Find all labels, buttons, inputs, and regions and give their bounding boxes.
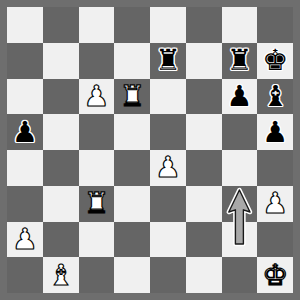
square-d5[interactable] — [114, 114, 150, 150]
square-h8[interactable] — [257, 7, 293, 43]
square-f2[interactable] — [186, 222, 222, 258]
square-g2[interactable] — [222, 222, 258, 258]
square-f3[interactable] — [186, 186, 222, 222]
square-b6[interactable] — [43, 79, 79, 115]
square-a6[interactable] — [7, 79, 43, 115]
square-c1[interactable] — [79, 257, 115, 293]
square-b7[interactable] — [43, 43, 79, 79]
piece-white-pawn-e4[interactable]: ♟ — [155, 153, 181, 182]
square-h3[interactable]: ♟ — [257, 186, 293, 222]
square-h6[interactable]: ♝ — [257, 79, 293, 115]
piece-black-rook-g7[interactable]: ♜ — [226, 46, 252, 75]
square-f6[interactable] — [186, 79, 222, 115]
square-g3[interactable]: ♟ — [222, 186, 258, 222]
square-b8[interactable] — [43, 7, 79, 43]
square-f7[interactable] — [186, 43, 222, 79]
square-g4[interactable] — [222, 150, 258, 186]
square-g6[interactable]: ♟ — [222, 79, 258, 115]
square-e6[interactable] — [150, 79, 186, 115]
square-g8[interactable] — [222, 7, 258, 43]
square-d3[interactable] — [114, 186, 150, 222]
square-d6[interactable]: ♜ — [114, 79, 150, 115]
square-h7[interactable]: ♚ — [257, 43, 293, 79]
chess-board: ♜♜♚♟♜♟♝♟♟♟♜♟♟♟♝♚ — [7, 7, 293, 293]
piece-black-bishop-h6[interactable]: ♝ — [262, 82, 288, 111]
square-d1[interactable] — [114, 257, 150, 293]
square-b3[interactable] — [43, 186, 79, 222]
square-g7[interactable]: ♜ — [222, 43, 258, 79]
square-c4[interactable] — [79, 150, 115, 186]
square-b4[interactable] — [43, 150, 79, 186]
square-d2[interactable] — [114, 222, 150, 258]
square-c2[interactable] — [79, 222, 115, 258]
piece-white-pawn-g3[interactable]: ♟ — [226, 189, 252, 218]
square-e7[interactable]: ♜ — [150, 43, 186, 79]
piece-white-pawn-h3[interactable]: ♟ — [262, 189, 288, 218]
piece-black-rook-e7[interactable]: ♜ — [155, 46, 181, 75]
square-c3[interactable]: ♜ — [79, 186, 115, 222]
square-a8[interactable] — [7, 7, 43, 43]
square-h1[interactable]: ♚ — [257, 257, 293, 293]
square-g5[interactable] — [222, 114, 258, 150]
piece-white-bishop-b1[interactable]: ♝ — [48, 261, 74, 290]
square-e1[interactable] — [150, 257, 186, 293]
piece-black-king-h7[interactable]: ♚ — [262, 46, 288, 75]
square-h2[interactable] — [257, 222, 293, 258]
piece-black-pawn-g6[interactable]: ♟ — [226, 82, 252, 111]
square-d4[interactable] — [114, 150, 150, 186]
square-a1[interactable] — [7, 257, 43, 293]
square-c7[interactable] — [79, 43, 115, 79]
square-b5[interactable] — [43, 114, 79, 150]
square-a2[interactable]: ♟ — [7, 222, 43, 258]
piece-white-rook-d6[interactable]: ♜ — [119, 82, 145, 111]
piece-white-rook-c3[interactable]: ♜ — [83, 189, 109, 218]
square-a5[interactable]: ♟ — [7, 114, 43, 150]
square-c5[interactable] — [79, 114, 115, 150]
square-c8[interactable] — [79, 7, 115, 43]
square-e3[interactable] — [150, 186, 186, 222]
square-e5[interactable] — [150, 114, 186, 150]
piece-black-pawn-a5[interactable]: ♟ — [12, 118, 38, 147]
square-a7[interactable] — [7, 43, 43, 79]
chess-board-frame: ♜♜♚♟♜♟♝♟♟♟♜♟♟♟♝♚ — [0, 0, 300, 300]
square-c6[interactable]: ♟ — [79, 79, 115, 115]
square-a4[interactable] — [7, 150, 43, 186]
piece-black-pawn-h5[interactable]: ♟ — [262, 118, 288, 147]
piece-white-king-h1[interactable]: ♚ — [262, 261, 288, 290]
square-d8[interactable] — [114, 7, 150, 43]
square-e4[interactable]: ♟ — [150, 150, 186, 186]
square-d7[interactable] — [114, 43, 150, 79]
square-f8[interactable] — [186, 7, 222, 43]
square-f4[interactable] — [186, 150, 222, 186]
square-b2[interactable] — [43, 222, 79, 258]
square-h5[interactable]: ♟ — [257, 114, 293, 150]
square-f5[interactable] — [186, 114, 222, 150]
square-e2[interactable] — [150, 222, 186, 258]
square-g1[interactable] — [222, 257, 258, 293]
square-h4[interactable] — [257, 150, 293, 186]
square-a3[interactable] — [7, 186, 43, 222]
piece-white-pawn-c6[interactable]: ♟ — [83, 82, 109, 111]
square-e8[interactable] — [150, 7, 186, 43]
square-f1[interactable] — [186, 257, 222, 293]
square-b1[interactable]: ♝ — [43, 257, 79, 293]
piece-white-pawn-a2[interactable]: ♟ — [12, 225, 38, 254]
